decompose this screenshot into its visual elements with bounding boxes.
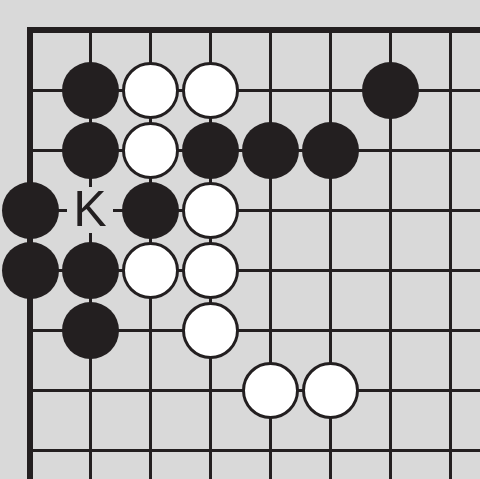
black-stone[interactable]	[62, 62, 119, 119]
board-top-edge	[27, 27, 480, 33]
go-board[interactable]: K	[0, 0, 480, 479]
black-stone[interactable]	[2, 182, 59, 239]
grid-line-vertical	[449, 27, 452, 479]
white-stone[interactable]	[182, 62, 239, 119]
white-stone[interactable]	[182, 182, 239, 239]
white-stone[interactable]	[302, 362, 359, 419]
grid-line-horizontal	[27, 449, 480, 452]
black-stone[interactable]	[302, 122, 359, 179]
black-stone[interactable]	[362, 62, 419, 119]
black-stone[interactable]	[2, 242, 59, 299]
white-stone[interactable]	[182, 242, 239, 299]
white-stone[interactable]	[242, 362, 299, 419]
point-label-K: K	[73, 184, 106, 234]
black-stone[interactable]	[62, 242, 119, 299]
black-stone[interactable]	[182, 122, 239, 179]
white-stone[interactable]	[182, 302, 239, 359]
black-stone[interactable]	[62, 122, 119, 179]
white-stone[interactable]	[122, 62, 179, 119]
black-stone[interactable]	[242, 122, 299, 179]
point-label-box: K	[67, 187, 113, 233]
white-stone[interactable]	[122, 242, 179, 299]
black-stone[interactable]	[62, 302, 119, 359]
white-stone[interactable]	[122, 122, 179, 179]
black-stone[interactable]	[122, 182, 179, 239]
